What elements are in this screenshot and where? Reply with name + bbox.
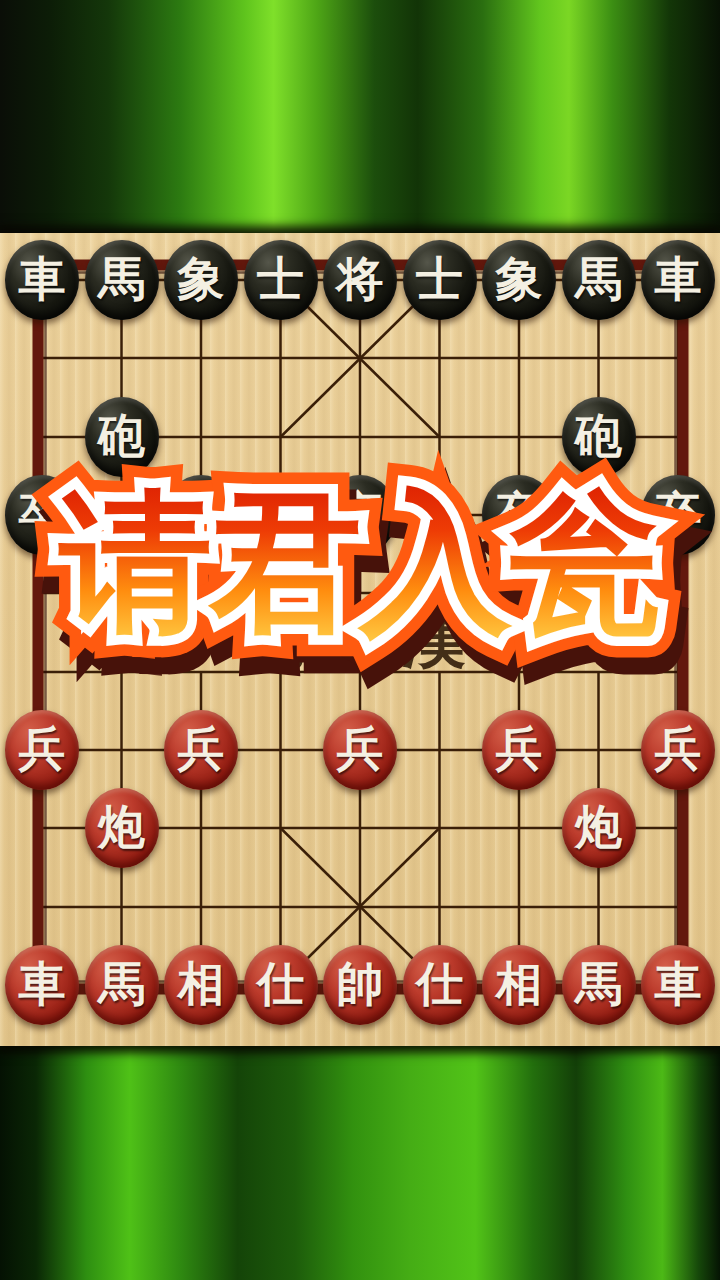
piece-glyph: 将	[337, 256, 384, 303]
piece-red-soldier[interactable]: 兵	[323, 710, 397, 790]
piece-glyph: 車	[19, 961, 66, 1008]
piece-glyph: 車	[655, 961, 702, 1008]
piece-black-advisor[interactable]: 士	[403, 240, 477, 320]
screen: 楚河 漢界 車馬象士将士象馬車砲砲卒卒卒卒卒兵兵兵兵兵炮炮車馬相仕帥仕相馬車 请…	[0, 0, 720, 1280]
piece-glyph: 帥	[337, 961, 384, 1008]
piece-glyph: 兵	[655, 726, 702, 773]
bamboo-background-bottom	[0, 1046, 720, 1280]
piece-glyph: 炮	[98, 804, 145, 851]
caption-text: 请君入瓮	[0, 448, 720, 678]
piece-red-elephant[interactable]: 相	[164, 945, 238, 1025]
bamboo-background-top	[0, 0, 720, 233]
piece-glyph: 車	[655, 256, 702, 303]
piece-black-horse[interactable]: 馬	[85, 240, 159, 320]
piece-glyph: 兵	[178, 726, 225, 773]
piece-glyph: 士	[416, 256, 463, 303]
piece-black-elephant[interactable]: 象	[164, 240, 238, 320]
piece-glyph: 炮	[575, 804, 622, 851]
caption-banner: 请君入瓮 请君入瓮 请君入瓮 请君入瓮	[0, 448, 720, 698]
piece-glyph: 相	[178, 961, 225, 1008]
piece-glyph: 相	[496, 961, 543, 1008]
piece-glyph: 仕	[257, 961, 304, 1008]
piece-glyph: 兵	[337, 726, 384, 773]
piece-red-chariot[interactable]: 車	[641, 945, 715, 1025]
piece-glyph: 仕	[416, 961, 463, 1008]
piece-red-general[interactable]: 帥	[323, 945, 397, 1025]
piece-red-horse[interactable]: 馬	[85, 945, 159, 1025]
piece-glyph: 象	[178, 256, 225, 303]
piece-glyph: 馬	[98, 256, 145, 303]
piece-black-elephant[interactable]: 象	[482, 240, 556, 320]
piece-red-soldier[interactable]: 兵	[641, 710, 715, 790]
piece-black-advisor[interactable]: 士	[244, 240, 318, 320]
piece-red-soldier[interactable]: 兵	[5, 710, 79, 790]
piece-red-elephant[interactable]: 相	[482, 945, 556, 1025]
piece-black-horse[interactable]: 馬	[562, 240, 636, 320]
piece-glyph: 士	[257, 256, 304, 303]
piece-red-advisor[interactable]: 仕	[403, 945, 477, 1025]
piece-glyph: 馬	[575, 256, 622, 303]
piece-red-advisor[interactable]: 仕	[244, 945, 318, 1025]
piece-glyph: 車	[19, 256, 66, 303]
piece-red-soldier[interactable]: 兵	[164, 710, 238, 790]
piece-glyph: 馬	[98, 961, 145, 1008]
piece-red-horse[interactable]: 馬	[562, 945, 636, 1025]
piece-black-chariot[interactable]: 車	[641, 240, 715, 320]
piece-black-chariot[interactable]: 車	[5, 240, 79, 320]
piece-black-general[interactable]: 将	[323, 240, 397, 320]
piece-glyph: 象	[496, 256, 543, 303]
piece-glyph: 馬	[575, 961, 622, 1008]
piece-red-cannon[interactable]: 炮	[85, 788, 159, 868]
piece-red-chariot[interactable]: 車	[5, 945, 79, 1025]
piece-glyph: 兵	[496, 726, 543, 773]
piece-red-cannon[interactable]: 炮	[562, 788, 636, 868]
piece-red-soldier[interactable]: 兵	[482, 710, 556, 790]
piece-glyph: 兵	[19, 726, 66, 773]
